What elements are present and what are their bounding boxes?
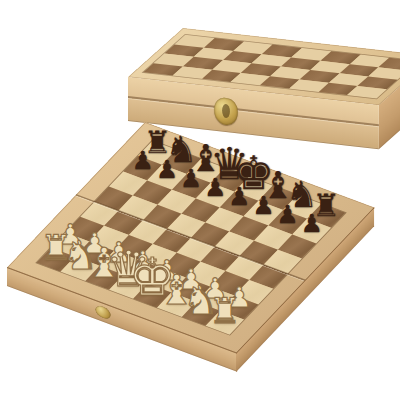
box-lid-seam bbox=[128, 96, 379, 126]
board-brass-clasp-icon bbox=[96, 304, 111, 321]
board-top-surface bbox=[7, 122, 375, 353]
box-brass-clasp-icon bbox=[214, 97, 238, 127]
chess-set-product-photo: ♜♞♟♝♟♛♟♚♟♝♟♞♟♜♟♟♟♟♜♟♞♟♝♟♛♟♚♟♝♟♞♜ bbox=[0, 0, 400, 400]
